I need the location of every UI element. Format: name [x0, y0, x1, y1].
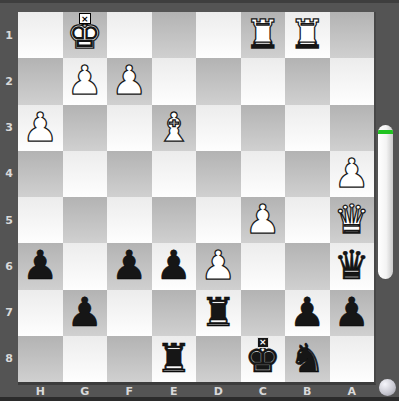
square-c4[interactable]	[241, 151, 286, 197]
eval-marker-line	[378, 130, 393, 134]
square-a7[interactable]: ♟	[330, 290, 375, 336]
square-g7[interactable]: ♟	[63, 290, 108, 336]
square-e1[interactable]	[152, 12, 197, 58]
white-king-x-marker: ×	[79, 13, 91, 24]
piece-black-rook[interactable]: ♜	[200, 292, 236, 332]
square-d6[interactable]: ♟	[196, 243, 241, 289]
square-a1[interactable]	[330, 12, 375, 58]
square-c7[interactable]	[241, 290, 286, 336]
square-f7[interactable]	[107, 290, 152, 336]
piece-white-pawn[interactable]: ♟	[334, 153, 370, 193]
square-h8[interactable]	[18, 336, 63, 382]
file-label-a: A	[330, 384, 375, 398]
file-label-h: H	[18, 384, 63, 398]
square-e4[interactable]	[152, 151, 197, 197]
rank-label-3: 3	[0, 105, 18, 151]
square-b6[interactable]	[285, 243, 330, 289]
square-h5[interactable]	[18, 197, 63, 243]
square-e2[interactable]	[152, 58, 197, 104]
square-e3[interactable]: ♝	[152, 105, 197, 151]
piece-white-pawn[interactable]: ♟	[245, 199, 281, 239]
square-c8[interactable]: ♚×	[241, 336, 286, 382]
black-king-x-marker: ×	[257, 337, 269, 348]
piece-white-rook[interactable]: ♜	[289, 14, 325, 54]
square-g3[interactable]	[63, 105, 108, 151]
piece-white-pawn[interactable]: ♟	[67, 60, 103, 100]
rank-labels: 12345678	[0, 12, 18, 382]
square-f3[interactable]	[107, 105, 152, 151]
square-c3[interactable]	[241, 105, 286, 151]
square-f2[interactable]: ♟	[107, 58, 152, 104]
piece-black-pawn[interactable]: ♟	[22, 245, 58, 285]
piece-white-pawn[interactable]: ♟	[22, 107, 58, 147]
square-g2[interactable]: ♟	[63, 58, 108, 104]
square-d5[interactable]	[196, 197, 241, 243]
file-label-c: C	[241, 384, 286, 398]
square-a8[interactable]	[330, 336, 375, 382]
piece-white-rook[interactable]: ♜	[245, 14, 281, 54]
square-g1[interactable]: ♚×	[63, 12, 108, 58]
rank-label-4: 4	[0, 151, 18, 197]
frame-top-line	[0, 0, 399, 3]
square-d4[interactable]	[196, 151, 241, 197]
square-f1[interactable]	[107, 12, 152, 58]
rank-label-1: 1	[0, 12, 18, 58]
square-b2[interactable]	[285, 58, 330, 104]
square-f4[interactable]	[107, 151, 152, 197]
square-h3[interactable]: ♟	[18, 105, 63, 151]
piece-black-queen[interactable]: ♛	[334, 245, 370, 285]
square-a2[interactable]	[330, 58, 375, 104]
file-labels: HGFEDCBA	[18, 384, 374, 398]
square-c6[interactable]	[241, 243, 286, 289]
file-label-d: D	[196, 384, 241, 398]
square-g5[interactable]	[63, 197, 108, 243]
square-f6[interactable]: ♟	[107, 243, 152, 289]
piece-black-pawn[interactable]: ♟	[334, 292, 370, 332]
square-a3[interactable]	[330, 105, 375, 151]
square-b5[interactable]	[285, 197, 330, 243]
square-c2[interactable]	[241, 58, 286, 104]
chess-app-window: 12345678 ♚×♜♜♟♟♟♝♟♟♛♟♟♟♟♛♟♜♟♟♜♚×♞ HGFEDC…	[0, 0, 399, 401]
square-d2[interactable]	[196, 58, 241, 104]
piece-black-pawn[interactable]: ♟	[111, 245, 147, 285]
square-c1[interactable]: ♜	[241, 12, 286, 58]
square-d7[interactable]: ♜	[196, 290, 241, 336]
square-b1[interactable]: ♜	[285, 12, 330, 58]
square-g4[interactable]	[63, 151, 108, 197]
square-a4[interactable]: ♟	[330, 151, 375, 197]
piece-black-knight[interactable]: ♞	[289, 338, 325, 378]
chess-board[interactable]: ♚×♜♜♟♟♟♝♟♟♛♟♟♟♟♛♟♜♟♟♜♚×♞	[18, 12, 376, 385]
square-g8[interactable]	[63, 336, 108, 382]
square-d8[interactable]	[196, 336, 241, 382]
piece-black-pawn[interactable]: ♟	[289, 292, 325, 332]
square-a6[interactable]: ♛	[330, 243, 375, 289]
square-b7[interactable]: ♟	[285, 290, 330, 336]
square-h2[interactable]	[18, 58, 63, 104]
rank-label-8: 8	[0, 336, 18, 382]
piece-black-pawn[interactable]: ♟	[67, 292, 103, 332]
piece-white-pawn[interactable]: ♟	[200, 245, 236, 285]
file-label-g: G	[63, 384, 108, 398]
square-h1[interactable]	[18, 12, 63, 58]
square-e6[interactable]: ♟	[152, 243, 197, 289]
square-g6[interactable]	[63, 243, 108, 289]
piece-white-pawn[interactable]: ♟	[111, 60, 147, 100]
square-b4[interactable]	[285, 151, 330, 197]
eval-scrollbar-thumb[interactable]	[378, 125, 393, 279]
square-c5[interactable]: ♟	[241, 197, 286, 243]
square-e7[interactable]	[152, 290, 197, 336]
square-h6[interactable]: ♟	[18, 243, 63, 289]
file-label-b: B	[285, 384, 330, 398]
square-b8[interactable]: ♞	[285, 336, 330, 382]
square-d1[interactable]	[196, 12, 241, 58]
file-label-e: E	[152, 384, 197, 398]
square-d3[interactable]	[196, 105, 241, 151]
piece-black-pawn[interactable]: ♟	[156, 245, 192, 285]
square-a5[interactable]: ♛	[330, 197, 375, 243]
rank-label-7: 7	[0, 290, 18, 336]
square-f5[interactable]	[107, 197, 152, 243]
piece-white-bishop[interactable]: ♝	[156, 107, 192, 147]
piece-black-rook[interactable]: ♜	[156, 338, 192, 378]
piece-white-queen[interactable]: ♛	[334, 199, 370, 239]
square-h4[interactable]	[18, 151, 63, 197]
rank-label-6: 6	[0, 243, 18, 289]
square-b3[interactable]	[285, 105, 330, 151]
rank-label-2: 2	[0, 58, 18, 104]
corner-ball-handle[interactable]	[379, 379, 396, 396]
rank-label-5: 5	[0, 197, 18, 243]
frame-bottom-strip	[0, 397, 399, 401]
file-label-f: F	[107, 384, 152, 398]
square-e5[interactable]	[152, 197, 197, 243]
square-f8[interactable]	[107, 336, 152, 382]
square-e8[interactable]: ♜	[152, 336, 197, 382]
square-h7[interactable]	[18, 290, 63, 336]
